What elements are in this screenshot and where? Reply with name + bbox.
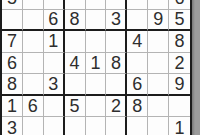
cell-r8c2[interactable] bbox=[23, 117, 44, 135]
cell-r7c7[interactable]: 8 bbox=[127, 96, 148, 118]
cell-r8c6[interactable] bbox=[106, 117, 127, 135]
cell-r7c4[interactable]: 5 bbox=[65, 96, 86, 118]
cell-r8c3[interactable] bbox=[44, 117, 65, 135]
cell-r2c2[interactable] bbox=[23, 0, 44, 10]
cell-r7c1[interactable]: 1 bbox=[2, 96, 23, 118]
sudoku-board: 566839571486418283691652831 bbox=[0, 0, 192, 135]
cell-r2c7[interactable] bbox=[127, 0, 148, 10]
cell-r7c3[interactable] bbox=[44, 96, 65, 118]
cell-r3c2[interactable] bbox=[23, 10, 44, 32]
cell-r2c5[interactable] bbox=[86, 0, 107, 10]
cell-r7c2[interactable]: 6 bbox=[23, 96, 44, 118]
cell-r7c8[interactable] bbox=[148, 96, 169, 118]
cell-r2c8[interactable] bbox=[148, 0, 169, 10]
cell-r3c3[interactable]: 6 bbox=[44, 10, 65, 32]
right-gutter bbox=[192, 0, 200, 135]
cell-r7c5[interactable] bbox=[86, 96, 107, 118]
cell-r6c8[interactable] bbox=[148, 74, 169, 96]
cell-r5c9[interactable]: 2 bbox=[169, 53, 190, 75]
cell-r2c1[interactable]: 5 bbox=[2, 0, 23, 10]
cell-r3c5[interactable] bbox=[86, 10, 107, 32]
cell-r8c5[interactable] bbox=[86, 117, 107, 135]
cell-r7c9[interactable] bbox=[169, 96, 190, 118]
cell-r2c4[interactable] bbox=[65, 0, 86, 10]
cell-r5c6[interactable]: 8 bbox=[106, 53, 127, 75]
cell-r3c4[interactable]: 8 bbox=[65, 10, 86, 32]
cell-r4c7[interactable]: 4 bbox=[127, 31, 148, 53]
cell-r5c2[interactable] bbox=[23, 53, 44, 75]
cell-r8c1[interactable]: 3 bbox=[2, 117, 23, 135]
cell-r3c7[interactable] bbox=[127, 10, 148, 32]
cell-r6c4[interactable] bbox=[65, 74, 86, 96]
cell-r4c9[interactable]: 8 bbox=[169, 31, 190, 53]
cell-r4c2[interactable] bbox=[23, 31, 44, 53]
cell-r5c1[interactable]: 6 bbox=[2, 53, 23, 75]
cell-r8c7[interactable] bbox=[127, 117, 148, 135]
cell-r6c2[interactable] bbox=[23, 74, 44, 96]
cell-r5c8[interactable] bbox=[148, 53, 169, 75]
cell-r8c8[interactable] bbox=[148, 117, 169, 135]
cell-r8c4[interactable] bbox=[65, 117, 86, 135]
cell-r4c4[interactable] bbox=[65, 31, 86, 53]
cell-r4c8[interactable] bbox=[148, 31, 169, 53]
cell-r2c9[interactable]: 6 bbox=[169, 0, 190, 10]
cell-r6c1[interactable]: 8 bbox=[2, 74, 23, 96]
cell-r5c5[interactable]: 1 bbox=[86, 53, 107, 75]
cell-r3c8[interactable]: 9 bbox=[148, 10, 169, 32]
cell-r5c4[interactable]: 4 bbox=[65, 53, 86, 75]
cell-r2c6[interactable] bbox=[106, 0, 127, 10]
cell-r6c9[interactable]: 9 bbox=[169, 74, 190, 96]
cell-r7c6[interactable]: 2 bbox=[106, 96, 127, 118]
cell-r4c3[interactable]: 1 bbox=[44, 31, 65, 53]
cell-r4c5[interactable] bbox=[86, 31, 107, 53]
cell-r8c9[interactable]: 1 bbox=[169, 117, 190, 135]
sudoku-screenshot: 566839571486418283691652831 bbox=[0, 0, 200, 135]
cell-r5c3[interactable] bbox=[44, 53, 65, 75]
cell-r3c6[interactable]: 3 bbox=[106, 10, 127, 32]
cell-r6c3[interactable]: 3 bbox=[44, 74, 65, 96]
cell-r2c3[interactable] bbox=[44, 0, 65, 10]
cell-r3c1[interactable] bbox=[2, 10, 23, 32]
cell-r4c1[interactable]: 7 bbox=[2, 31, 23, 53]
cell-r6c5[interactable] bbox=[86, 74, 107, 96]
cell-r3c9[interactable]: 5 bbox=[169, 10, 190, 32]
cell-r6c7[interactable]: 6 bbox=[127, 74, 148, 96]
cell-r4c6[interactable] bbox=[106, 31, 127, 53]
cell-r6c6[interactable] bbox=[106, 74, 127, 96]
cell-r5c7[interactable] bbox=[127, 53, 148, 75]
